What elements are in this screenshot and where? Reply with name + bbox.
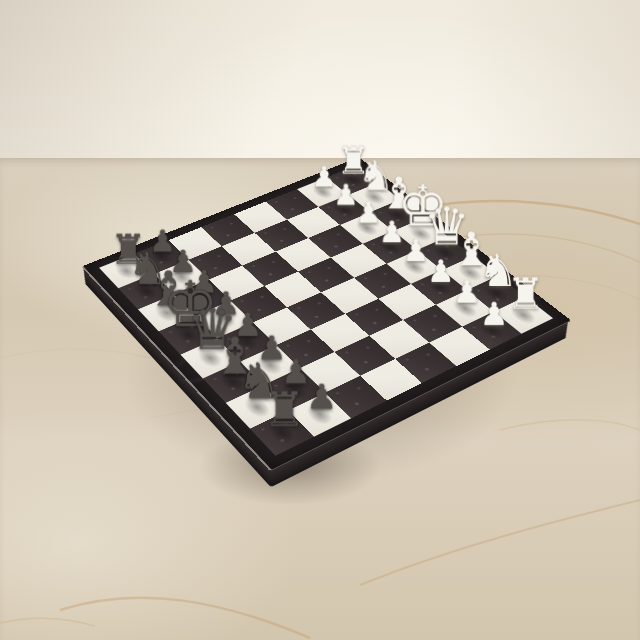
piece-white-pawn: ♟ [361, 218, 422, 246]
square-h4 [234, 202, 287, 233]
product-photo-canvas: ♜♞♝♛♚♝♞♜♟♟♟♟♟♟♟♟♟♟♟♟♟♟♟♟♜♞♝♛♚♝♞♜ [0, 0, 640, 640]
square-d1: ♛ [417, 236, 472, 269]
square-g4 [255, 220, 309, 252]
square-e4 [298, 258, 354, 293]
square-g1: ♞ [348, 182, 400, 212]
square-a2: ♟ [462, 312, 522, 350]
square-g2: ♟ [318, 195, 371, 226]
piece-white-pawn: ♟ [338, 199, 398, 227]
square-f5 [243, 252, 298, 286]
scene-3d: ♜♞♝♛♚♝♞♜♟♟♟♟♟♟♟♟♟♟♟♟♟♟♟♟♜♞♝♛♚♝♞♜ [0, 0, 640, 640]
piece-black-rook: ♜ [248, 387, 320, 432]
board-slab: ♜♞♝♛♚♝♞♜♟♟♟♟♟♟♟♟♟♟♟♟♟♟♟♟♜♞♝♛♚♝♞♜ [81, 157, 571, 471]
square-f4 [276, 238, 331, 271]
piece-white-bishop: ♝ [369, 173, 429, 215]
square-e2: ♟ [363, 231, 418, 264]
square-d3 [354, 264, 410, 299]
piece-black-pawn: ♟ [132, 227, 194, 255]
chess-board: ♜♞♝♛♚♝♞♜♟♟♟♟♟♟♟♟♟♟♟♟♟♟♟♟♜♞♝♛♚♝♞♜ [99, 166, 553, 456]
square-e3 [331, 244, 386, 278]
piece-white-bishop: ♝ [441, 228, 504, 272]
square-h6 [168, 227, 222, 260]
square-h5 [201, 214, 254, 246]
square-f1: ♝ [371, 200, 424, 231]
piece-white-knight: ♞ [347, 157, 406, 196]
square-h3 [266, 189, 318, 219]
square-g5 [222, 233, 276, 266]
square-f2: ♟ [340, 212, 394, 244]
piece-white-pawn: ♟ [295, 164, 353, 191]
square-g3 [287, 207, 340, 238]
piece-white-queen: ♛ [416, 203, 478, 252]
piece-white-pawn: ♟ [385, 237, 447, 266]
square-a8: ♜ [250, 411, 314, 456]
piece-white-rook: ♜ [325, 143, 383, 179]
piece-white-pawn: ♟ [461, 299, 527, 329]
square-f3 [308, 225, 362, 258]
square-e1: ♚ [394, 218, 448, 250]
piece-white-king: ♚ [392, 179, 453, 233]
square-h2: ♟ [297, 177, 349, 207]
piece-white-pawn: ♟ [316, 182, 375, 209]
square-h1: ♜ [327, 166, 378, 195]
